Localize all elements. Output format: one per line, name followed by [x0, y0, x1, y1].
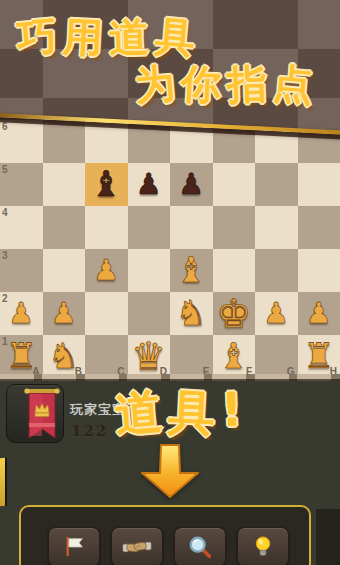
square-b3[interactable] [43, 249, 86, 292]
handshake-icon [122, 535, 152, 559]
piece-white-pawn[interactable]: ♟ [298, 292, 340, 335]
piece-white-king[interactable]: ♚ [213, 292, 256, 335]
piece-white-pawn[interactable]: ♟ [0, 292, 43, 335]
square-a6[interactable]: 6 [0, 120, 43, 163]
square-h2[interactable]: ♟ [298, 292, 340, 335]
board-bottom-bevel [0, 374, 340, 381]
magnifier-icon [187, 534, 213, 560]
hint-bulb-button[interactable] [237, 527, 289, 565]
draw-handshake-button[interactable] [111, 527, 163, 565]
piece-black-pawn[interactable]: ♟ [128, 163, 171, 206]
piece-white-bishop[interactable]: ♝ [170, 249, 213, 292]
cartoon-char: 你 [180, 56, 223, 113]
piece-white-queen[interactable]: ♛ [128, 335, 171, 378]
white-flag-icon [61, 534, 87, 560]
square-a1[interactable]: 1A♜ [0, 335, 43, 378]
square-d1[interactable]: D♛ [128, 335, 171, 378]
rank-label: 5 [2, 164, 8, 175]
piece-white-pawn[interactable]: ♟ [255, 292, 298, 335]
square-h3[interactable] [298, 249, 340, 292]
cartoon-char: 用 [62, 9, 105, 66]
piece-white-knight[interactable]: ♞ [43, 335, 86, 378]
square-c2[interactable] [85, 292, 128, 335]
square-d4[interactable] [128, 206, 171, 249]
square-f4[interactable] [213, 206, 256, 249]
square-e3[interactable]: ♝ [170, 249, 213, 292]
pennant-rank-icon [24, 386, 60, 448]
square-b5[interactable] [43, 163, 86, 206]
rank-label: 6 [2, 121, 8, 132]
panel-right-gap [316, 509, 340, 565]
square-b4[interactable] [43, 206, 86, 249]
square-a5[interactable]: 5 [0, 163, 43, 206]
square-g1[interactable]: G [255, 335, 298, 378]
square-g3[interactable] [255, 249, 298, 292]
player-score: 122 [71, 422, 108, 440]
square-d5[interactable]: ♟ [128, 163, 171, 206]
square-c3[interactable]: ♟ [85, 249, 128, 292]
piece-black-bishop[interactable]: ♝ [85, 163, 128, 206]
square-b2[interactable]: ♟ [43, 292, 86, 335]
square-a3[interactable]: 3 [0, 249, 43, 292]
cartoon-char: 为 [133, 55, 178, 113]
square-c5[interactable]: ♝ [85, 163, 128, 206]
promo-banner: 巧用道具 为你指点 [0, 0, 340, 134]
cartoon-char: 点 [271, 55, 316, 113]
square-d3[interactable] [128, 249, 171, 292]
square-c4[interactable] [85, 206, 128, 249]
square-b1[interactable]: B♞ [43, 335, 86, 378]
square-g2[interactable]: ♟ [255, 292, 298, 335]
piece-black-pawn[interactable]: ♟ [170, 163, 213, 206]
cartoon-char: 巧 [15, 8, 60, 66]
cartoon-char: ! [220, 382, 244, 446]
light-bulb-icon [251, 534, 275, 561]
square-a4[interactable]: 4 [0, 206, 43, 249]
down-arrow-icon [138, 444, 202, 500]
chess-app-screen: 8765♝♟♟43♟♝2♟♟♞♚♟♟1A♜B♞CD♛EF♝GH♜ 巧用道具 为你… [0, 0, 340, 565]
bottom-info-panel: 玩家宝宝 122 道具! [0, 378, 340, 565]
square-f5[interactable] [213, 163, 256, 206]
rank-label: 4 [2, 207, 8, 218]
cartoon-char: 道 [112, 380, 164, 447]
magnifier-button[interactable] [174, 527, 226, 565]
piece-white-knight[interactable]: ♞ [170, 292, 213, 335]
left-gold-decoration [0, 458, 7, 507]
cartoon-char: 指 [226, 56, 268, 112]
square-e2[interactable]: ♞ [170, 292, 213, 335]
rank-label: 3 [2, 250, 8, 261]
promo-label: 道具! [112, 382, 245, 445]
tool-tray [19, 505, 311, 565]
square-g5[interactable] [255, 163, 298, 206]
square-d2[interactable] [128, 292, 171, 335]
square-f2[interactable]: ♚ [213, 292, 256, 335]
square-f1[interactable]: F♝ [213, 335, 256, 378]
square-h4[interactable] [298, 206, 340, 249]
piece-white-bishop[interactable]: ♝ [213, 335, 256, 378]
square-a2[interactable]: 2♟ [0, 292, 43, 335]
piece-white-rook[interactable]: ♜ [298, 335, 340, 378]
resign-flag-button[interactable] [48, 527, 100, 565]
tool-buttons [48, 527, 289, 565]
piece-white-rook[interactable]: ♜ [0, 335, 43, 378]
banner-title-line2: 为你指点 [132, 57, 316, 112]
piece-white-pawn[interactable]: ♟ [43, 292, 86, 335]
square-h1[interactable]: H♜ [298, 335, 340, 378]
square-e5[interactable]: ♟ [170, 163, 213, 206]
square-b6[interactable] [43, 120, 86, 163]
square-g4[interactable] [255, 206, 298, 249]
square-h5[interactable] [298, 163, 340, 206]
cartoon-char: 具 [166, 381, 216, 446]
square-e1[interactable]: E [170, 335, 213, 378]
square-c1[interactable]: C [85, 335, 128, 378]
square-e4[interactable] [170, 206, 213, 249]
square-f3[interactable] [213, 249, 256, 292]
piece-white-pawn[interactable]: ♟ [85, 249, 128, 292]
